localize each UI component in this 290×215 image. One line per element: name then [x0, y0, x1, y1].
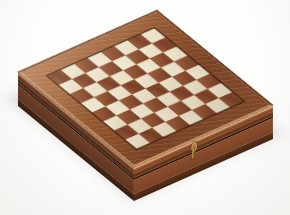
product-photo — [0, 0, 290, 215]
clasp-hook — [192, 148, 195, 159]
brass-clasp-icon — [190, 141, 198, 161]
